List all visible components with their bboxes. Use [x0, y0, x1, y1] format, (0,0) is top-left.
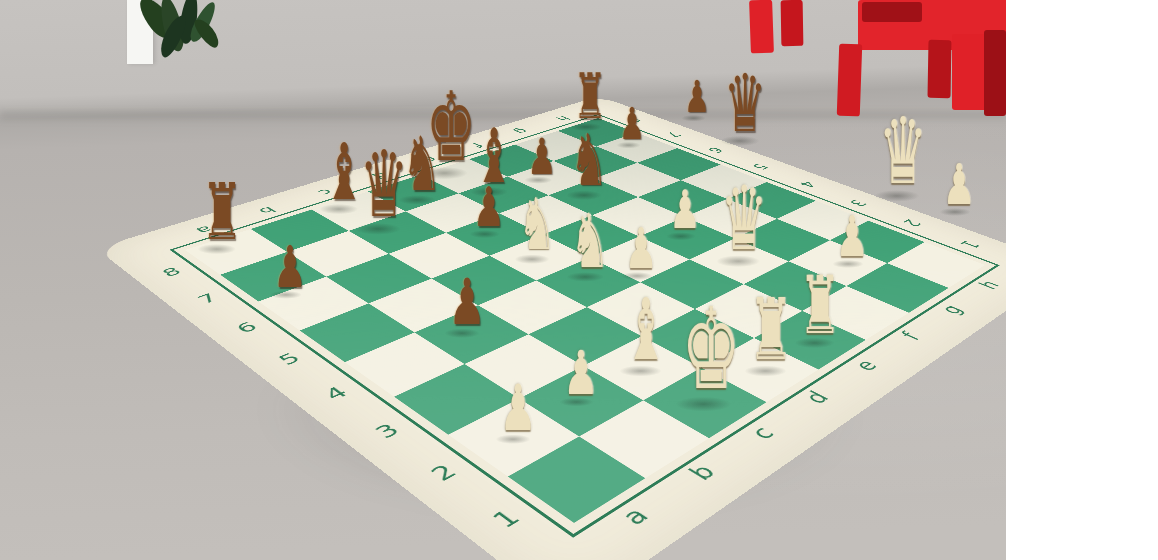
king-glyph: ♚	[681, 294, 740, 406]
pawn-glyph: ♟	[448, 271, 486, 335]
bishop-glyph: ♝	[323, 133, 364, 211]
pawn-glyph: ♟	[942, 157, 975, 213]
rook-glyph: ♜	[799, 265, 841, 345]
rook-glyph: ♜	[749, 288, 794, 373]
pawn-glyph: ♟	[273, 239, 307, 297]
knight-glyph: ♞	[570, 204, 609, 279]
pawn-glyph: ♟	[473, 181, 505, 236]
chess-set-photo: 8877665544332211aabbccddeeffgghh ♜♟♝♛♞♚♝…	[0, 0, 1006, 560]
knight-glyph: ♞	[518, 189, 556, 260]
queen-glyph: ♛	[360, 139, 408, 231]
rook-glyph: ♜	[201, 173, 242, 251]
pieces-layer: ♜♟♝♛♞♚♝♟♟♞♜♟♟♞♞♟♟♛♝♟♟♚♜♜♟♛♟♟♛	[0, 0, 1006, 560]
pawn-glyph: ♟	[619, 102, 645, 146]
pawn-glyph: ♟	[669, 184, 700, 237]
pawn-glyph: ♟	[527, 131, 557, 181]
queen-glyph: ♛	[879, 106, 927, 198]
pawn-glyph: ♟	[684, 75, 710, 119]
screenshot-canvas: 8877665544332211aabbccddeeffgghh ♜♟♝♛♞♚♝…	[0, 0, 1158, 560]
bishop-glyph: ♝	[624, 288, 669, 373]
pawn-glyph: ♟	[563, 343, 599, 404]
pawn-glyph: ♟	[835, 209, 868, 265]
pawn-glyph: ♟	[499, 377, 537, 441]
knight-glyph: ♞	[570, 125, 608, 196]
pawn-glyph: ♟	[624, 221, 657, 277]
queen-glyph: ♛	[724, 63, 766, 143]
queen-glyph: ♛	[721, 175, 768, 263]
